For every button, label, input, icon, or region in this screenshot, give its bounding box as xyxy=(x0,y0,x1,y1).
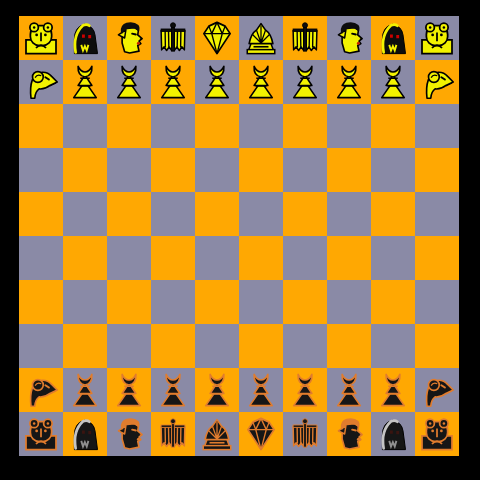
square-c9[interactable] xyxy=(107,60,151,104)
square-d1[interactable] xyxy=(151,412,195,456)
square-d9[interactable] xyxy=(151,60,195,104)
square-g10[interactable] xyxy=(283,16,327,60)
square-e10[interactable] xyxy=(195,16,239,60)
square-d4[interactable] xyxy=(151,280,195,324)
square-b2[interactable] xyxy=(63,368,107,412)
square-j5[interactable] xyxy=(415,236,459,280)
piece-black-toad[interactable] xyxy=(417,414,457,454)
square-f10[interactable] xyxy=(239,16,283,60)
square-b5[interactable] xyxy=(63,236,107,280)
square-c3[interactable] xyxy=(107,324,151,368)
piece-black-wraith[interactable] xyxy=(373,414,413,454)
piece-black-bat[interactable] xyxy=(153,414,193,454)
square-e7[interactable] xyxy=(195,148,239,192)
square-c7[interactable] xyxy=(107,148,151,192)
piece-black-crown[interactable] xyxy=(197,414,237,454)
square-h1[interactable] xyxy=(327,412,371,456)
board-frame xyxy=(0,0,480,480)
square-d2[interactable] xyxy=(151,368,195,412)
piece-black-crescent-pawn[interactable] xyxy=(285,370,325,410)
square-d10[interactable] xyxy=(151,16,195,60)
square-c6[interactable] xyxy=(107,192,151,236)
square-c2[interactable] xyxy=(107,368,151,412)
square-a4[interactable] xyxy=(19,280,63,324)
square-j3[interactable] xyxy=(415,324,459,368)
square-c4[interactable] xyxy=(107,280,151,324)
square-e4[interactable] xyxy=(195,280,239,324)
square-b6[interactable] xyxy=(63,192,107,236)
piece-black-crescent-pawn[interactable] xyxy=(197,370,237,410)
square-b10[interactable] xyxy=(63,16,107,60)
square-e8[interactable] xyxy=(195,104,239,148)
square-d6[interactable] xyxy=(151,192,195,236)
piece-yellow-vampire-head[interactable] xyxy=(109,18,149,58)
square-i1[interactable] xyxy=(371,412,415,456)
piece-yellow-toad[interactable] xyxy=(417,18,457,58)
square-a6[interactable] xyxy=(19,192,63,236)
piece-black-vampire-head[interactable] xyxy=(109,414,149,454)
square-g5[interactable] xyxy=(283,236,327,280)
piece-yellow-bat[interactable] xyxy=(153,18,193,58)
square-a3[interactable] xyxy=(19,324,63,368)
square-j6[interactable] xyxy=(415,192,459,236)
square-i4[interactable] xyxy=(371,280,415,324)
piece-yellow-crescent-pawn[interactable] xyxy=(329,62,369,102)
square-g1[interactable] xyxy=(283,412,327,456)
square-g8[interactable] xyxy=(283,104,327,148)
square-j9[interactable] xyxy=(415,60,459,104)
square-f1[interactable] xyxy=(239,412,283,456)
piece-yellow-diamond[interactable] xyxy=(197,18,237,58)
square-j7[interactable] xyxy=(415,148,459,192)
square-e2[interactable] xyxy=(195,368,239,412)
square-j1[interactable] xyxy=(415,412,459,456)
piece-yellow-crescent-pawn[interactable] xyxy=(153,62,193,102)
square-h8[interactable] xyxy=(327,104,371,148)
square-b7[interactable] xyxy=(63,148,107,192)
piece-yellow-crescent-pawn[interactable] xyxy=(65,62,105,102)
piece-yellow-crescent-pawn[interactable] xyxy=(241,62,281,102)
square-i5[interactable] xyxy=(371,236,415,280)
square-a9[interactable] xyxy=(19,60,63,104)
square-f6[interactable] xyxy=(239,192,283,236)
square-a2[interactable] xyxy=(19,368,63,412)
piece-black-crescent-pawn[interactable] xyxy=(65,370,105,410)
square-i6[interactable] xyxy=(371,192,415,236)
square-h5[interactable] xyxy=(327,236,371,280)
piece-black-crescent-pawn[interactable] xyxy=(109,370,149,410)
square-b1[interactable] xyxy=(63,412,107,456)
piece-black-vampire-head[interactable] xyxy=(329,414,369,454)
square-f2[interactable] xyxy=(239,368,283,412)
square-e3[interactable] xyxy=(195,324,239,368)
square-i8[interactable] xyxy=(371,104,415,148)
square-j2[interactable] xyxy=(415,368,459,412)
square-g2[interactable] xyxy=(283,368,327,412)
square-g4[interactable] xyxy=(283,280,327,324)
square-c10[interactable] xyxy=(107,16,151,60)
piece-black-diamond[interactable] xyxy=(241,414,281,454)
square-g7[interactable] xyxy=(283,148,327,192)
piece-black-rat[interactable] xyxy=(417,370,457,410)
piece-yellow-wraith[interactable] xyxy=(65,18,105,58)
square-i2[interactable] xyxy=(371,368,415,412)
piece-black-crescent-pawn[interactable] xyxy=(373,370,413,410)
square-h9[interactable] xyxy=(327,60,371,104)
square-f9[interactable] xyxy=(239,60,283,104)
square-i3[interactable] xyxy=(371,324,415,368)
piece-yellow-crescent-pawn[interactable] xyxy=(197,62,237,102)
square-e6[interactable] xyxy=(195,192,239,236)
square-j8[interactable] xyxy=(415,104,459,148)
square-f5[interactable] xyxy=(239,236,283,280)
piece-black-crescent-pawn[interactable] xyxy=(241,370,281,410)
square-f8[interactable] xyxy=(239,104,283,148)
square-i7[interactable] xyxy=(371,148,415,192)
piece-black-crescent-pawn[interactable] xyxy=(153,370,193,410)
piece-yellow-bat[interactable] xyxy=(285,18,325,58)
square-h4[interactable] xyxy=(327,280,371,324)
square-h7[interactable] xyxy=(327,148,371,192)
piece-black-bat[interactable] xyxy=(285,414,325,454)
square-d7[interactable] xyxy=(151,148,195,192)
square-g3[interactable] xyxy=(283,324,327,368)
piece-black-rat[interactable] xyxy=(21,370,61,410)
piece-yellow-rat[interactable] xyxy=(417,62,457,102)
square-g9[interactable] xyxy=(283,60,327,104)
square-j10[interactable] xyxy=(415,16,459,60)
square-d8[interactable] xyxy=(151,104,195,148)
piece-yellow-crescent-pawn[interactable] xyxy=(373,62,413,102)
square-b9[interactable] xyxy=(63,60,107,104)
piece-yellow-toad[interactable] xyxy=(21,18,61,58)
square-a10[interactable] xyxy=(19,16,63,60)
square-e1[interactable] xyxy=(195,412,239,456)
square-c8[interactable] xyxy=(107,104,151,148)
square-h3[interactable] xyxy=(327,324,371,368)
square-f7[interactable] xyxy=(239,148,283,192)
square-h6[interactable] xyxy=(327,192,371,236)
square-j4[interactable] xyxy=(415,280,459,324)
piece-black-toad[interactable] xyxy=(21,414,61,454)
piece-black-crescent-pawn[interactable] xyxy=(329,370,369,410)
piece-black-wraith[interactable] xyxy=(65,414,105,454)
square-c5[interactable] xyxy=(107,236,151,280)
square-b3[interactable] xyxy=(63,324,107,368)
square-a7[interactable] xyxy=(19,148,63,192)
square-e5[interactable] xyxy=(195,236,239,280)
square-a8[interactable] xyxy=(19,104,63,148)
square-h2[interactable] xyxy=(327,368,371,412)
piece-yellow-vampire-head[interactable] xyxy=(329,18,369,58)
square-i10[interactable] xyxy=(371,16,415,60)
square-f4[interactable] xyxy=(239,280,283,324)
square-f3[interactable] xyxy=(239,324,283,368)
piece-yellow-rat[interactable] xyxy=(21,62,61,102)
square-e9[interactable] xyxy=(195,60,239,104)
piece-yellow-crescent-pawn[interactable] xyxy=(109,62,149,102)
square-c1[interactable] xyxy=(107,412,151,456)
piece-yellow-wraith[interactable] xyxy=(373,18,413,58)
game-board xyxy=(19,16,459,456)
square-b4[interactable] xyxy=(63,280,107,324)
square-a5[interactable] xyxy=(19,236,63,280)
square-i9[interactable] xyxy=(371,60,415,104)
square-d3[interactable] xyxy=(151,324,195,368)
square-b8[interactable] xyxy=(63,104,107,148)
square-g6[interactable] xyxy=(283,192,327,236)
square-d5[interactable] xyxy=(151,236,195,280)
piece-yellow-crescent-pawn[interactable] xyxy=(285,62,325,102)
square-h10[interactable] xyxy=(327,16,371,60)
piece-yellow-crown[interactable] xyxy=(241,18,281,58)
square-a1[interactable] xyxy=(19,412,63,456)
